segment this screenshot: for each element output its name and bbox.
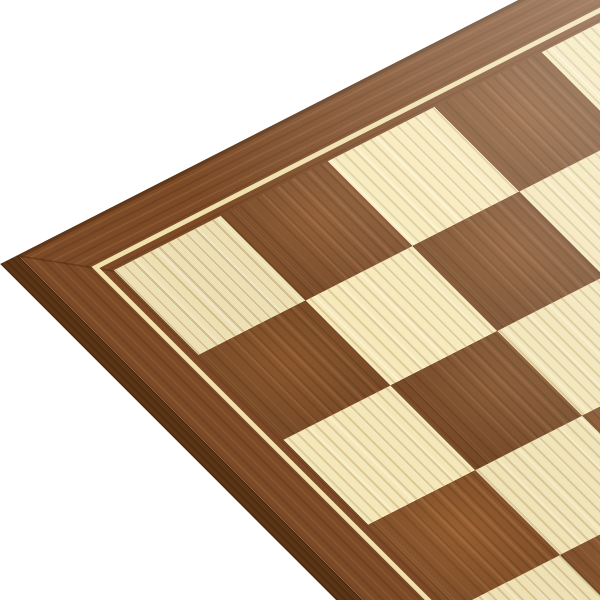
chess-board [18,0,600,600]
photo-background [0,0,600,600]
